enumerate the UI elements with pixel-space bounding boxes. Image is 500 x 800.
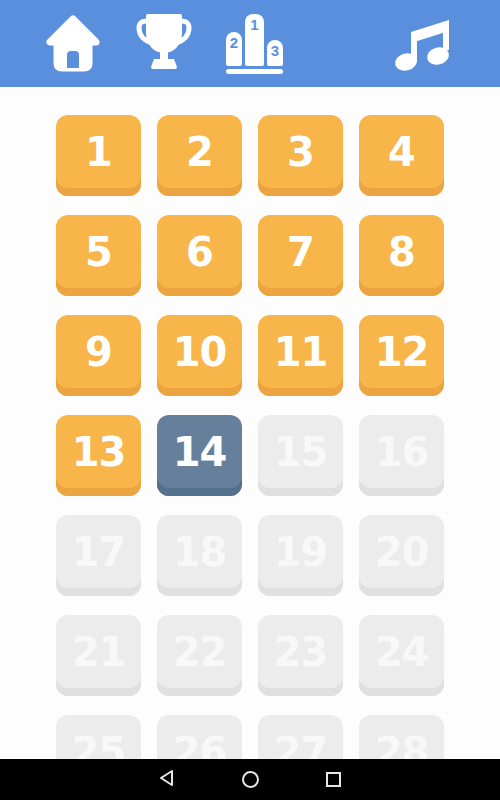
music-toggle-button[interactable] xyxy=(391,11,455,76)
nav-home-button[interactable] xyxy=(209,759,292,800)
level-tile-27: 27 xyxy=(258,715,343,759)
android-navigation-bar xyxy=(0,759,500,800)
level-tile-10[interactable]: 10 xyxy=(157,315,242,396)
level-select-area: 1234567891011121314151617181920212223242… xyxy=(0,87,500,759)
podium-bar-third: 3 xyxy=(267,40,283,66)
level-tile-18: 18 xyxy=(157,515,242,596)
level-tile-15: 15 xyxy=(258,415,343,496)
top-header-bar: 2 1 3 xyxy=(0,0,500,87)
trophy-button[interactable] xyxy=(136,12,192,75)
level-tile-25: 25 xyxy=(56,715,141,759)
level-tile-6[interactable]: 6 xyxy=(157,215,242,296)
music-note-icon xyxy=(391,11,455,76)
level-tile-16: 16 xyxy=(359,415,444,496)
leaderboard-podium-icon: 2 1 3 xyxy=(226,14,283,74)
back-triangle-icon xyxy=(158,769,176,790)
level-tile-9[interactable]: 9 xyxy=(56,315,141,396)
level-tile-22: 22 xyxy=(157,615,242,696)
level-tile-26: 26 xyxy=(157,715,242,759)
podium-base xyxy=(226,69,283,74)
home-circle-icon xyxy=(242,771,259,788)
podium-bar-second: 2 xyxy=(226,32,242,66)
level-grid: 1234567891011121314151617181920212223242… xyxy=(56,115,444,759)
level-tile-12[interactable]: 12 xyxy=(359,315,444,396)
level-tile-11[interactable]: 11 xyxy=(258,315,343,396)
podium-bar-first: 1 xyxy=(245,14,264,66)
level-tile-2[interactable]: 2 xyxy=(157,115,242,196)
level-tile-24: 24 xyxy=(359,615,444,696)
home-icon xyxy=(44,11,102,76)
level-tile-5[interactable]: 5 xyxy=(56,215,141,296)
level-tile-19: 19 xyxy=(258,515,343,596)
level-tile-1[interactable]: 1 xyxy=(56,115,141,196)
level-tile-8[interactable]: 8 xyxy=(359,215,444,296)
level-tile-28: 28 xyxy=(359,715,444,759)
recents-square-icon xyxy=(326,772,341,787)
leaderboard-button[interactable]: 2 1 3 xyxy=(226,14,283,74)
level-tile-23: 23 xyxy=(258,615,343,696)
nav-recents-button[interactable] xyxy=(292,759,375,800)
level-tile-4[interactable]: 4 xyxy=(359,115,444,196)
level-tile-14[interactable]: 14 xyxy=(157,415,242,496)
level-tile-3[interactable]: 3 xyxy=(258,115,343,196)
level-tile-21: 21 xyxy=(56,615,141,696)
home-button[interactable] xyxy=(44,11,102,76)
level-tile-7[interactable]: 7 xyxy=(258,215,343,296)
trophy-icon xyxy=(136,12,192,75)
level-tile-13[interactable]: 13 xyxy=(56,415,141,496)
level-tile-17: 17 xyxy=(56,515,141,596)
level-tile-20: 20 xyxy=(359,515,444,596)
nav-back-button[interactable] xyxy=(126,759,209,800)
